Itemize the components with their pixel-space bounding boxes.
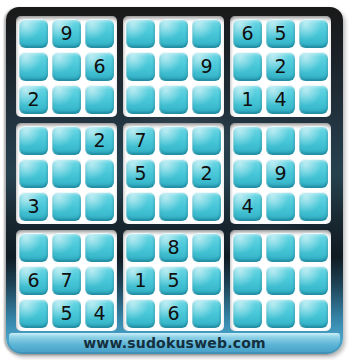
cell-r2c3[interactable]: 6 <box>85 52 114 81</box>
cell-r5c6[interactable]: 2 <box>192 159 221 188</box>
cell-r3c3[interactable] <box>85 85 114 114</box>
cell-r5c2[interactable] <box>52 159 81 188</box>
website-link[interactable]: www.sudokusweb.com <box>83 335 266 351</box>
cell-r5c5[interactable] <box>159 159 188 188</box>
cell-r6c1[interactable]: 3 <box>19 192 48 221</box>
cell-r9c4[interactable] <box>126 299 155 328</box>
cell-r1c5[interactable] <box>159 19 188 48</box>
cell-r4c6[interactable] <box>192 126 221 155</box>
cell-r8c3[interactable] <box>85 266 114 295</box>
cell-r8c1[interactable]: 6 <box>19 266 48 295</box>
cell-r4c4[interactable]: 7 <box>126 126 155 155</box>
cell-r8c5[interactable]: 5 <box>159 266 188 295</box>
cell-r1c6[interactable] <box>192 19 221 48</box>
cell-r3c7[interactable]: 1 <box>233 85 262 114</box>
cell-r3c1[interactable]: 2 <box>19 85 48 114</box>
cell-r9c8[interactable] <box>266 299 295 328</box>
cell-r7c4[interactable] <box>126 233 155 262</box>
cell-r3c2[interactable] <box>52 85 81 114</box>
box-8: 8156 <box>123 230 224 331</box>
cell-r4c5[interactable] <box>159 126 188 155</box>
box-9 <box>230 230 331 331</box>
cell-r5c3[interactable] <box>85 159 114 188</box>
cell-r2c1[interactable] <box>19 52 48 81</box>
cell-r5c7[interactable] <box>233 159 262 188</box>
box-2: 9 <box>123 16 224 117</box>
box-6: 94 <box>230 123 331 224</box>
cell-r9c5[interactable]: 6 <box>159 299 188 328</box>
cell-r2c6[interactable]: 9 <box>192 52 221 81</box>
cell-r7c3[interactable] <box>85 233 114 262</box>
box-7: 6754 <box>16 230 117 331</box>
cell-r4c2[interactable] <box>52 126 81 155</box>
cell-r8c2[interactable]: 7 <box>52 266 81 295</box>
cell-r9c9[interactable] <box>299 299 328 328</box>
board-frame: 962965214237529467548156 www.sudokusweb.… <box>6 7 343 354</box>
cell-r1c3[interactable] <box>85 19 114 48</box>
cell-r6c8[interactable] <box>266 192 295 221</box>
footer-bar: www.sudokusweb.com <box>9 333 340 352</box>
cell-r1c4[interactable] <box>126 19 155 48</box>
cell-r9c1[interactable] <box>19 299 48 328</box>
cell-r9c3[interactable]: 4 <box>85 299 114 328</box>
cell-r7c5[interactable]: 8 <box>159 233 188 262</box>
cell-r2c7[interactable] <box>233 52 262 81</box>
cell-r1c1[interactable] <box>19 19 48 48</box>
cell-r7c2[interactable] <box>52 233 81 262</box>
sudoku-board-image: 962965214237529467548156 www.sudokusweb.… <box>0 0 350 360</box>
cell-r2c4[interactable] <box>126 52 155 81</box>
cell-r3c4[interactable] <box>126 85 155 114</box>
cell-r6c4[interactable] <box>126 192 155 221</box>
sudoku-grid: 962965214237529467548156 <box>16 16 331 331</box>
cell-r7c1[interactable] <box>19 233 48 262</box>
cell-r3c9[interactable] <box>299 85 328 114</box>
cell-r5c1[interactable] <box>19 159 48 188</box>
cell-r7c7[interactable] <box>233 233 262 262</box>
cell-r4c7[interactable] <box>233 126 262 155</box>
cell-r5c4[interactable]: 5 <box>126 159 155 188</box>
cell-r1c8[interactable]: 5 <box>266 19 295 48</box>
cell-r8c4[interactable]: 1 <box>126 266 155 295</box>
box-4: 23 <box>16 123 117 224</box>
cell-r1c9[interactable] <box>299 19 328 48</box>
cell-r8c7[interactable] <box>233 266 262 295</box>
cell-r3c6[interactable] <box>192 85 221 114</box>
cell-r9c2[interactable]: 5 <box>52 299 81 328</box>
cell-r2c9[interactable] <box>299 52 328 81</box>
cell-r7c9[interactable] <box>299 233 328 262</box>
cell-r8c8[interactable] <box>266 266 295 295</box>
box-5: 752 <box>123 123 224 224</box>
cell-r8c9[interactable] <box>299 266 328 295</box>
cell-r4c8[interactable] <box>266 126 295 155</box>
cell-r6c7[interactable]: 4 <box>233 192 262 221</box>
cell-r7c6[interactable] <box>192 233 221 262</box>
cell-r6c9[interactable] <box>299 192 328 221</box>
cell-r4c9[interactable] <box>299 126 328 155</box>
cell-r7c8[interactable] <box>266 233 295 262</box>
cell-r4c1[interactable] <box>19 126 48 155</box>
box-3: 65214 <box>230 16 331 117</box>
cell-r6c6[interactable] <box>192 192 221 221</box>
cell-r2c8[interactable]: 2 <box>266 52 295 81</box>
cell-r5c9[interactable] <box>299 159 328 188</box>
cell-r1c7[interactable]: 6 <box>233 19 262 48</box>
cell-r5c8[interactable]: 9 <box>266 159 295 188</box>
cell-r6c2[interactable] <box>52 192 81 221</box>
cell-r3c5[interactable] <box>159 85 188 114</box>
cell-r2c5[interactable] <box>159 52 188 81</box>
cell-r8c6[interactable] <box>192 266 221 295</box>
cell-r1c2[interactable]: 9 <box>52 19 81 48</box>
cell-r2c2[interactable] <box>52 52 81 81</box>
cell-r6c3[interactable] <box>85 192 114 221</box>
box-1: 962 <box>16 16 117 117</box>
cell-r3c8[interactable]: 4 <box>266 85 295 114</box>
cell-r6c5[interactable] <box>159 192 188 221</box>
cell-r9c6[interactable] <box>192 299 221 328</box>
cell-r9c7[interactable] <box>233 299 262 328</box>
cell-r4c3[interactable]: 2 <box>85 126 114 155</box>
